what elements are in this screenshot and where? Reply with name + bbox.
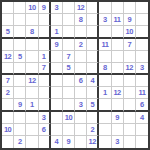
cell-r9c7-given[interactable]: 3: [75, 99, 87, 111]
cell-r6c5-empty[interactable]: [51, 63, 63, 75]
cell-r7c2-empty[interactable]: [14, 75, 26, 87]
cell-r11c2-empty[interactable]: [14, 124, 26, 136]
cell-r10c12-given[interactable]: 4: [136, 112, 148, 124]
cell-r12c3-empty[interactable]: [26, 136, 38, 148]
cell-r5c12-empty[interactable]: [136, 51, 148, 63]
cell-r10c5-empty[interactable]: [51, 112, 63, 124]
cell-r6c3-empty[interactable]: [26, 63, 38, 75]
cell-r7c3-given[interactable]: 12: [26, 75, 38, 87]
cell-r12c10-given[interactable]: 3: [112, 136, 124, 148]
cell-r2c6-empty[interactable]: [63, 14, 75, 26]
cell-r3c5-given[interactable]: 1: [51, 26, 63, 38]
cell-r9c3-given[interactable]: 1: [26, 99, 38, 111]
cell-r9c10-empty[interactable]: [112, 99, 124, 111]
cell-r11c9-empty[interactable]: [99, 124, 111, 136]
cell-r11c10-empty[interactable]: [112, 124, 124, 136]
cell-r11c1-given[interactable]: 10: [2, 124, 14, 136]
cell-r4c11-given[interactable]: 7: [124, 39, 136, 51]
cell-r2c4-empty[interactable]: [39, 14, 51, 26]
cell-r9c12-given[interactable]: 6: [136, 99, 148, 111]
cell-r10c10-given[interactable]: 9: [112, 112, 124, 124]
cell-r11c4-given[interactable]: 6: [39, 124, 51, 136]
cell-r8c12-given[interactable]: 11: [136, 87, 148, 99]
cell-r2c3-empty[interactable]: [26, 14, 38, 26]
cell-r1c4-given[interactable]: 9: [39, 2, 51, 14]
cell-r7c12-empty[interactable]: [136, 75, 148, 87]
cell-r6c11-given[interactable]: 12: [124, 63, 136, 75]
cell-r1c2-empty[interactable]: [14, 2, 26, 14]
sudoku-puzzle: 1093128311958110921171251775812371264211…: [0, 0, 150, 150]
cell-r3c6-empty[interactable]: [63, 26, 75, 38]
cell-r3c9-empty[interactable]: [99, 26, 111, 38]
cell-r8c1-given[interactable]: 2: [2, 87, 14, 99]
cell-r7c6-empty[interactable]: [63, 75, 75, 87]
cell-r8c4-empty[interactable]: [39, 87, 51, 99]
cell-r11c11-empty[interactable]: [124, 124, 136, 136]
cell-r6c4-given[interactable]: 7: [39, 63, 51, 75]
cell-r5c6-given[interactable]: 7: [63, 51, 75, 63]
cell-r8c5-empty[interactable]: [51, 87, 63, 99]
cell-r12c7-empty[interactable]: [75, 136, 87, 148]
cell-r2c5-empty[interactable]: [51, 14, 63, 26]
cell-r5c2-given[interactable]: 5: [14, 51, 26, 63]
cell-r9c11-empty[interactable]: [124, 99, 136, 111]
cell-r8c7-empty[interactable]: [75, 87, 87, 99]
cell-r3c1-given[interactable]: 5: [2, 26, 14, 38]
cell-r8c8-empty[interactable]: [87, 87, 99, 99]
cell-r5c4-given[interactable]: 1: [39, 51, 51, 63]
cell-r4c5-given[interactable]: 9: [51, 39, 63, 51]
cell-r10c9-empty[interactable]: [99, 112, 111, 124]
cell-r6c12-given[interactable]: 3: [136, 63, 148, 75]
cell-r10c4-given[interactable]: 3: [39, 112, 51, 124]
cell-r11c5-empty[interactable]: [51, 124, 63, 136]
cell-r12c2-given[interactable]: 2: [14, 136, 26, 148]
cell-r12c8-given[interactable]: 12: [87, 136, 99, 148]
cell-r1c3-given[interactable]: 10: [26, 2, 38, 14]
cell-r6c10-empty[interactable]: [112, 63, 124, 75]
cell-r5c10-empty[interactable]: [112, 51, 124, 63]
cell-r6c1-empty[interactable]: [2, 63, 14, 75]
cell-r8c3-empty[interactable]: [26, 87, 38, 99]
cell-r12c9-empty[interactable]: [99, 136, 111, 148]
cell-r8c11-empty[interactable]: [124, 87, 136, 99]
cell-r9c1-empty[interactable]: [2, 99, 14, 111]
cell-r9c4-empty[interactable]: [39, 99, 51, 111]
cell-r4c3-empty[interactable]: [26, 39, 38, 51]
cell-r9c6-empty[interactable]: [63, 99, 75, 111]
cell-r2c9-given[interactable]: 3: [99, 14, 111, 26]
cell-r5c3-empty[interactable]: [26, 51, 38, 63]
cell-r7c1-given[interactable]: 7: [2, 75, 14, 87]
cell-r1c12-empty[interactable]: [136, 2, 148, 14]
cell-r6c7-empty[interactable]: [75, 63, 87, 75]
cell-r3c3-given[interactable]: 8: [26, 26, 38, 38]
cell-r7c9-empty[interactable]: [99, 75, 111, 87]
cell-r5c11-empty[interactable]: [124, 51, 136, 63]
cell-r1c1-empty[interactable]: [2, 2, 14, 14]
cell-r6c8-empty[interactable]: [87, 63, 99, 75]
cell-r12c4-empty[interactable]: [39, 136, 51, 148]
cell-r4c2-empty[interactable]: [14, 39, 26, 51]
cell-r9c5-empty[interactable]: [51, 99, 63, 111]
cell-r3c7-empty[interactable]: [75, 26, 87, 38]
cell-r3c12-empty[interactable]: [136, 26, 148, 38]
cell-r10c2-empty[interactable]: [14, 112, 26, 124]
cell-r7c5-empty[interactable]: [51, 75, 63, 87]
sudoku-board: 1093128311958110921171251775812371264211…: [0, 0, 150, 150]
cell-r6c9-given[interactable]: 8: [99, 63, 111, 75]
cell-r10c6-given[interactable]: 10: [63, 112, 75, 124]
cell-r7c4-empty[interactable]: [39, 75, 51, 87]
cell-r10c8-empty[interactable]: [87, 112, 99, 124]
cell-r3c10-empty[interactable]: [112, 26, 124, 38]
cell-r8c10-given[interactable]: 12: [112, 87, 124, 99]
cell-r6c2-empty[interactable]: [14, 63, 26, 75]
cell-r1c8-empty[interactable]: [87, 2, 99, 14]
cell-r9c2-given[interactable]: 9: [14, 99, 26, 111]
cell-r9c8-given[interactable]: 5: [87, 99, 99, 111]
cell-r4c12-empty[interactable]: [136, 39, 148, 51]
cell-r4c9-given[interactable]: 11: [99, 39, 111, 51]
cell-r1c7-given[interactable]: 12: [75, 2, 87, 14]
cell-r5c1-given[interactable]: 12: [2, 51, 14, 63]
cell-r2c11-given[interactable]: 9: [124, 14, 136, 26]
cell-r11c8-given[interactable]: 2: [87, 124, 99, 136]
cell-r4c8-empty[interactable]: [87, 39, 99, 51]
cell-r5c5-empty[interactable]: [51, 51, 63, 63]
cell-r3c4-empty[interactable]: [39, 26, 51, 38]
cell-r2c7-given[interactable]: 8: [75, 14, 87, 26]
cell-r4c4-empty[interactable]: [39, 39, 51, 51]
cell-r1c5-given[interactable]: 3: [51, 2, 63, 14]
cell-r2c8-empty[interactable]: [87, 14, 99, 26]
cell-r7c10-empty[interactable]: [112, 75, 124, 87]
cell-r4c7-given[interactable]: 2: [75, 39, 87, 51]
cell-r10c3-empty[interactable]: [26, 112, 38, 124]
cell-r1c9-empty[interactable]: [99, 2, 111, 14]
cell-r2c10-given[interactable]: 11: [112, 14, 124, 26]
cell-r6c6-given[interactable]: 5: [63, 63, 75, 75]
cell-r2c1-empty[interactable]: [2, 14, 14, 26]
cell-r7c8-given[interactable]: 4: [87, 75, 99, 87]
cell-r5c9-empty[interactable]: [99, 51, 111, 63]
cell-r8c9-given[interactable]: 1: [99, 87, 111, 99]
cell-r1c10-empty[interactable]: [112, 2, 124, 14]
cell-r7c11-empty[interactable]: [124, 75, 136, 87]
cell-r5c8-empty[interactable]: [87, 51, 99, 63]
cell-r2c12-empty[interactable]: [136, 14, 148, 26]
cell-r12c6-given[interactable]: 9: [63, 136, 75, 148]
cell-r11c3-empty[interactable]: [26, 124, 38, 136]
cell-r9c9-empty[interactable]: [99, 99, 111, 111]
cell-r4c10-empty[interactable]: [112, 39, 124, 51]
cell-r11c7-empty[interactable]: [75, 124, 87, 136]
cell-r12c12-empty[interactable]: [136, 136, 148, 148]
cell-r3c2-empty[interactable]: [14, 26, 26, 38]
cell-r1c11-empty[interactable]: [124, 2, 136, 14]
cell-r4c1-empty[interactable]: [2, 39, 14, 51]
cell-r8c2-empty[interactable]: [14, 87, 26, 99]
cell-r10c11-empty[interactable]: [124, 112, 136, 124]
cell-r12c11-empty[interactable]: [124, 136, 136, 148]
cell-r7c7-given[interactable]: 6: [75, 75, 87, 87]
cell-r10c1-empty[interactable]: [2, 112, 14, 124]
cell-r11c12-empty[interactable]: [136, 124, 148, 136]
cell-r4c6-empty[interactable]: [63, 39, 75, 51]
cell-r3c11-given[interactable]: 10: [124, 26, 136, 38]
cell-r12c1-empty[interactable]: [2, 136, 14, 148]
cell-r5c7-empty[interactable]: [75, 51, 87, 63]
cell-r12c5-given[interactable]: 4: [51, 136, 63, 148]
cell-r8c6-empty[interactable]: [63, 87, 75, 99]
cell-r3c8-empty[interactable]: [87, 26, 99, 38]
cell-r2c2-empty[interactable]: [14, 14, 26, 26]
cell-r11c6-empty[interactable]: [63, 124, 75, 136]
cell-r1c6-empty[interactable]: [63, 2, 75, 14]
cell-r10c7-empty[interactable]: [75, 112, 87, 124]
